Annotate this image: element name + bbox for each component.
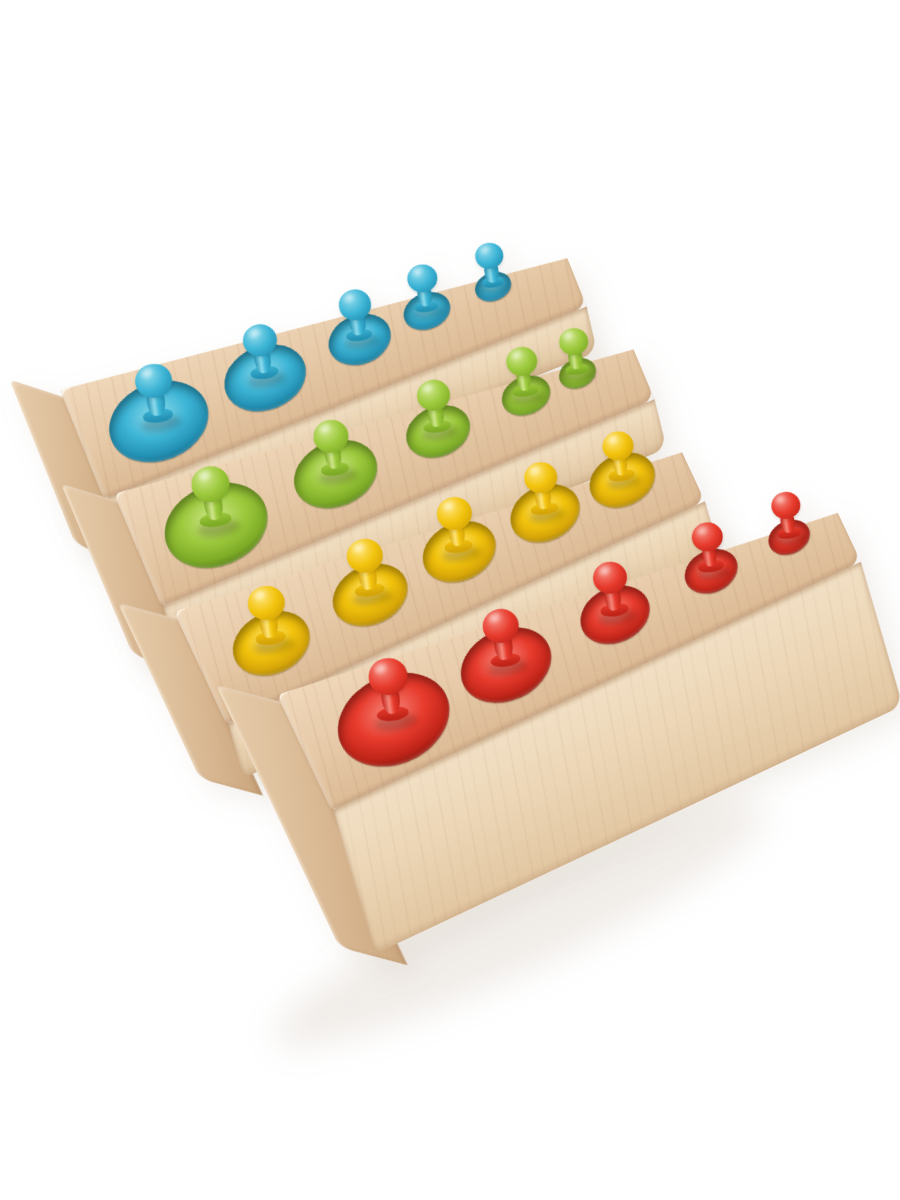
knob-ball: [473, 241, 504, 271]
knob-ball: [504, 345, 539, 378]
knob-ball: [241, 322, 279, 358]
knob-ball: [557, 326, 590, 357]
montessori-cylinder-blocks-photo: [0, 0, 900, 1200]
knob-ball: [768, 490, 801, 521]
knob-ball: [689, 521, 724, 554]
knob-ball: [337, 287, 373, 321]
knob-ball: [405, 262, 439, 294]
knob-ball: [434, 495, 473, 532]
knob-ball: [600, 430, 635, 463]
knob-ball: [415, 378, 452, 413]
knob-ball: [591, 559, 629, 595]
knob-ball: [480, 606, 520, 645]
knob-ball: [522, 460, 559, 495]
knob-ball: [311, 417, 350, 454]
